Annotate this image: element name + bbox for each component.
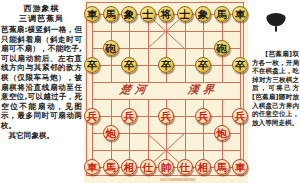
piece-red-soldier[interactable]: 兵 — [84, 108, 100, 124]
piece-black-soldier[interactable]: 卒 — [158, 57, 174, 73]
piece-black-advisor[interactable]: 士 — [140, 6, 156, 22]
piece-red-soldier[interactable]: 兵 — [121, 108, 137, 124]
piece-black-cannon[interactable]: 砲 — [214, 40, 230, 56]
piece-black-soldier[interactable]: 卒 — [232, 57, 248, 73]
fan-rule-note: [芭蕉扇]双方各一枚，开局不在棋盘上，吃掉对方三枚棋之后，可将己方[芭蕉扇]随时… — [252, 50, 299, 127]
piece-black-general[interactable]: 将 — [158, 6, 174, 22]
piece-black-elephant[interactable]: 象 — [195, 6, 211, 22]
piece-red-horse[interactable]: 馬 — [103, 159, 119, 175]
variant-subtitle: 三调芭蕉局 — [1, 14, 82, 24]
piece-red-soldier[interactable]: 兵 — [158, 108, 174, 124]
banana-fan-icon — [252, 6, 299, 40]
rules-panel-left: 西游象棋 三调芭蕉局 芭蕉扇:横竖斜一格，但只能斜着扇（斜走时可扇可不扇），不能… — [1, 4, 82, 140]
piece-red-soldier[interactable]: 兵 — [232, 108, 248, 124]
piece-black-soldier[interactable]: 卒 — [195, 57, 211, 73]
piece-black-advisor[interactable]: 士 — [177, 6, 193, 22]
pieces-layer: 車馬象士将士象馬車砲砲卒卒卒卒卒兵兵兵兵兵炮炮車馬相仕帥仕相馬車 — [92, 14, 240, 167]
piece-red-cannon[interactable]: 炮 — [214, 125, 230, 141]
piece-black-elephant[interactable]: 象 — [121, 6, 137, 22]
piece-red-general[interactable]: 帥 — [158, 159, 174, 175]
piece-red-advisor[interactable]: 仕 — [177, 159, 193, 175]
page-title: 西游象棋 — [1, 4, 82, 14]
piece-red-horse[interactable]: 馬 — [214, 159, 230, 175]
watermark-right — [160, 178, 194, 181]
piece-black-horse[interactable]: 馬 — [214, 6, 230, 22]
piece-red-cannon[interactable]: 炮 — [103, 125, 119, 141]
rules-panel-right: [芭蕉扇]双方各一枚，开局不在棋盘上，吃掉对方三枚棋之后，可将己方[芭蕉扇]随时… — [252, 2, 299, 127]
piece-black-horse[interactable]: 馬 — [103, 6, 119, 22]
piece-black-chariot[interactable]: 車 — [84, 6, 100, 22]
piece-red-elephant[interactable]: 相 — [195, 159, 211, 175]
piece-red-chariot[interactable]: 車 — [232, 159, 248, 175]
piece-black-soldier[interactable]: 卒 — [121, 57, 137, 73]
xiangqi-diagram-page: 西游象棋 三调芭蕉局 芭蕉扇:横竖斜一格，但只能斜着扇（斜走时可扇可不扇），不能… — [0, 0, 300, 183]
xiangqi-board[interactable]: 楚河 漢界 車馬象士将士象馬車砲砲卒卒卒卒卒兵兵兵兵兵炮炮車馬相仕帥仕相馬車 — [84, 0, 248, 183]
piece-red-chariot[interactable]: 車 — [84, 159, 100, 175]
rules-footer: 其它同象棋。 — [1, 131, 82, 141]
piece-red-elephant[interactable]: 相 — [121, 159, 137, 175]
piece-black-cannon[interactable]: 砲 — [103, 40, 119, 56]
piece-black-soldier[interactable]: 卒 — [84, 57, 100, 73]
piece-red-advisor[interactable]: 仕 — [140, 159, 156, 175]
rules-text: 芭蕉扇:横竖斜一格，但只能斜着扇（斜走时可扇可不扇），不能吃子,可以扇动前后、左… — [1, 25, 82, 131]
piece-black-chariot[interactable]: 車 — [232, 6, 248, 22]
piece-red-soldier[interactable]: 兵 — [195, 108, 211, 124]
